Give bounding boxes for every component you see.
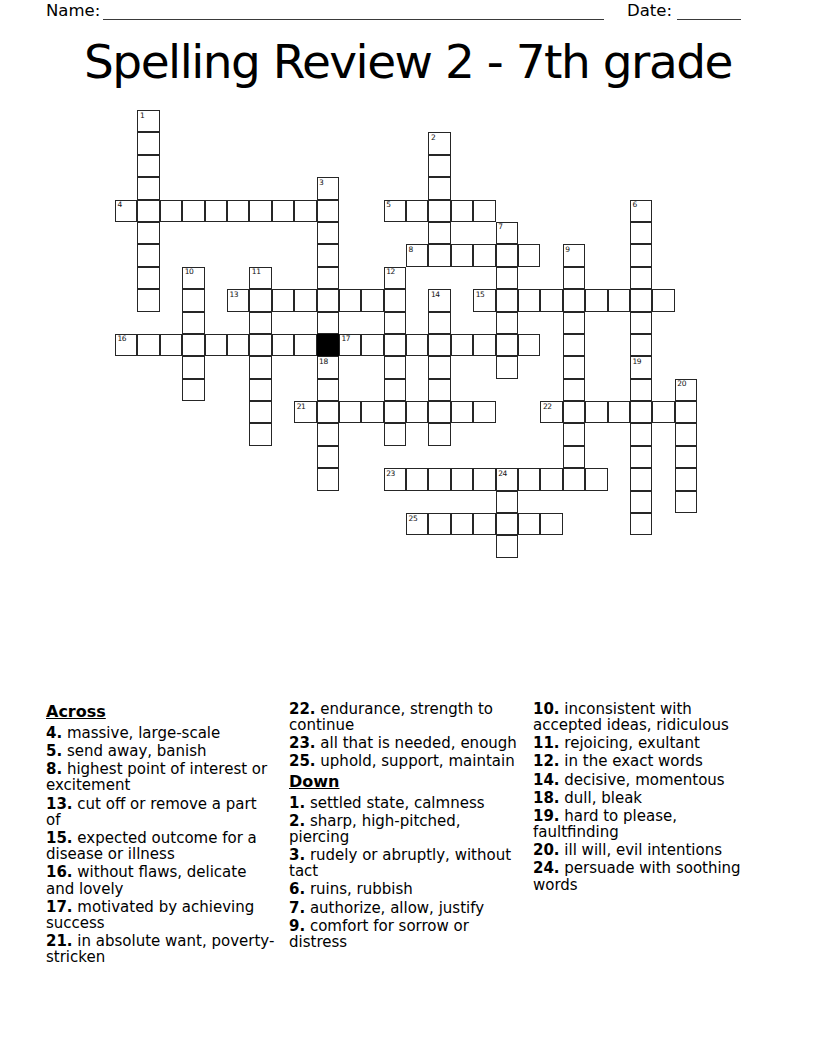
clue: 1. settled state, calmness: [289, 795, 519, 811]
clue-text: in the exact words: [560, 752, 703, 770]
grid-cell[interactable]: [428, 423, 450, 445]
grid-cell[interactable]: [630, 334, 652, 356]
grid-cell[interactable]: [317, 312, 339, 334]
clue-text: uphold, support, maintain: [316, 752, 515, 770]
grid-cell[interactable]: [249, 401, 271, 423]
clue-number: 4.: [46, 724, 62, 742]
grid-cell[interactable]: [451, 513, 473, 535]
grid-cell[interactable]: [294, 334, 316, 356]
grid-cell[interactable]: [630, 244, 652, 266]
grid-cell[interactable]: [137, 155, 159, 177]
clue-column-middle: 22. endurance, strength to continue23. a…: [289, 701, 519, 952]
date-blank-line: [677, 0, 741, 20]
grid-cell[interactable]: 22: [540, 401, 562, 423]
grid-cell[interactable]: [675, 401, 697, 423]
grid-cell[interactable]: [630, 379, 652, 401]
grid-cell[interactable]: [339, 289, 361, 311]
grid-cell[interactable]: [428, 200, 450, 222]
grid-cell[interactable]: [384, 334, 406, 356]
clue-number: 18.: [533, 789, 560, 807]
clue: 15. expected outcome for a disease or il…: [46, 830, 275, 863]
grid-cell[interactable]: [205, 334, 227, 356]
cell-number: 9: [565, 246, 569, 254]
grid-cell[interactable]: [137, 177, 159, 199]
grid-cell[interactable]: 23: [384, 468, 406, 490]
grid-cell[interactable]: [518, 334, 540, 356]
grid-cell[interactable]: 14: [428, 289, 450, 311]
grid-cell[interactable]: [137, 244, 159, 266]
clue-text: without flaws, delicate and lovely: [46, 863, 246, 897]
grid-cell[interactable]: [428, 379, 450, 401]
grid-cell[interactable]: [249, 356, 271, 378]
grid-cell[interactable]: [585, 401, 607, 423]
grid-cell[interactable]: [473, 334, 495, 356]
grid-cell[interactable]: [451, 468, 473, 490]
grid-cell[interactable]: [630, 423, 652, 445]
grid-cell[interactable]: [182, 312, 204, 334]
clue: 3. rudely or abruptly, without tact: [289, 847, 519, 880]
grid-cell[interactable]: [473, 513, 495, 535]
cell-number: 8: [409, 246, 413, 254]
clue: 2. sharp, high-pitched, piercing: [289, 813, 519, 846]
grid-cell[interactable]: 20: [675, 379, 697, 401]
grid-cell[interactable]: [249, 334, 271, 356]
grid-cell[interactable]: [473, 244, 495, 266]
clue-column-left: Across4. massive, large-scale5. send awa…: [46, 701, 275, 968]
clue: 13. cut off or remove a part of: [46, 796, 275, 829]
grid-cell[interactable]: [540, 513, 562, 535]
cell-number: 16: [118, 335, 127, 343]
grid-cell[interactable]: [428, 401, 450, 423]
grid-cell[interactable]: [451, 401, 473, 423]
cell-number: 10: [185, 268, 194, 276]
grid-cell[interactable]: [160, 334, 182, 356]
clue: 14. decisive, momentous: [533, 772, 764, 788]
grid-cell[interactable]: [361, 289, 383, 311]
cell-number: 20: [677, 380, 686, 388]
grid-cell[interactable]: [137, 200, 159, 222]
grid-cell[interactable]: [339, 401, 361, 423]
grid-cell[interactable]: [675, 491, 697, 513]
clue: 12. in the exact words: [533, 753, 764, 769]
grid-cell[interactable]: [272, 289, 294, 311]
grid-cell[interactable]: [540, 289, 562, 311]
clue: 6. ruins, rubbish: [289, 881, 519, 897]
grid-cell[interactable]: [451, 200, 473, 222]
grid-cell[interactable]: [473, 468, 495, 490]
clue: 4. massive, large-scale: [46, 725, 275, 741]
grid-cell[interactable]: [496, 535, 518, 557]
clue-number: 20.: [533, 841, 560, 859]
grid-cell[interactable]: [182, 200, 204, 222]
cell-number: 17: [341, 335, 350, 343]
clue-text: expected outcome for a disease or illnes…: [46, 829, 257, 863]
clue-number: 3.: [289, 846, 305, 864]
grid-cell[interactable]: 8: [406, 244, 428, 266]
grid-cell[interactable]: [496, 356, 518, 378]
clue: 23. all that is needed, enough: [289, 735, 519, 751]
clue-text: rudely or abruptly, without tact: [289, 846, 511, 880]
cell-number: 24: [498, 470, 507, 478]
grid-cell[interactable]: [496, 334, 518, 356]
clue-text: send away, banish: [62, 742, 206, 760]
grid-cell[interactable]: [428, 177, 450, 199]
clue-number: 19.: [533, 807, 560, 825]
clue-number: 12.: [533, 752, 560, 770]
clue-text: massive, large-scale: [62, 724, 220, 742]
grid-cell[interactable]: [249, 289, 271, 311]
grid-cell[interactable]: [227, 334, 249, 356]
clue-text: inconsistent with accepted ideas, ridicu…: [533, 700, 729, 734]
grid-cell[interactable]: 6: [630, 200, 652, 222]
name-blank-line: [103, 0, 604, 20]
clue: 18. dull, bleak: [533, 790, 764, 806]
grid-cell[interactable]: 3: [317, 177, 339, 199]
grid-cell[interactable]: [384, 401, 406, 423]
clue-number: 13.: [46, 795, 73, 813]
clue-text: sharp, high-pitched, piercing: [289, 812, 461, 846]
grid-cell[interactable]: [428, 513, 450, 535]
grid-cell[interactable]: [272, 200, 294, 222]
grid-cell[interactable]: [249, 200, 271, 222]
grid-cell[interactable]: 4: [115, 200, 137, 222]
clue-text: comfort for sorrow or distress: [289, 917, 469, 951]
grid-cell[interactable]: [496, 244, 518, 266]
grid-cell[interactable]: [451, 334, 473, 356]
clue-text: dull, bleak: [560, 789, 642, 807]
grid-cell[interactable]: [518, 468, 540, 490]
grid-cell[interactable]: [227, 200, 249, 222]
grid-cell[interactable]: [249, 379, 271, 401]
clue-number: 23.: [289, 734, 316, 752]
grid-cell[interactable]: [317, 244, 339, 266]
grid-cell[interactable]: [428, 334, 450, 356]
grid-cell[interactable]: [451, 244, 473, 266]
grid-cell[interactable]: [137, 289, 159, 311]
clue-number: 2.: [289, 812, 305, 830]
grid-cell[interactable]: [630, 513, 652, 535]
grid-cell[interactable]: [384, 356, 406, 378]
cell-number: 2: [431, 134, 435, 142]
grid-cell[interactable]: [137, 222, 159, 244]
clue-section-header: Across: [46, 702, 275, 721]
grid-cell[interactable]: 2: [428, 132, 450, 154]
grid-cell[interactable]: [630, 401, 652, 423]
cell-number: 3: [319, 179, 323, 187]
grid-cell[interactable]: [563, 356, 585, 378]
grid-cell[interactable]: [137, 267, 159, 289]
grid-cell[interactable]: [317, 222, 339, 244]
clue: 7. authorize, allow, justify: [289, 900, 519, 916]
grid-cell[interactable]: [518, 513, 540, 535]
clue: 25. uphold, support, maintain: [289, 753, 519, 769]
clue-number: 21.: [46, 932, 73, 950]
clue-text: in absolute want, poverty-stricken: [46, 932, 274, 966]
grid-cell[interactable]: [182, 356, 204, 378]
grid-cell[interactable]: 5: [384, 200, 406, 222]
grid-cell[interactable]: [652, 289, 674, 311]
grid-cell[interactable]: [563, 312, 585, 334]
worksheet-page: Name: Date: Spelling Review 2 - 7th grad…: [0, 0, 816, 1056]
grid-cell[interactable]: 13: [227, 289, 249, 311]
grid-cell[interactable]: [675, 423, 697, 445]
clue-text: ruins, rubbish: [305, 880, 413, 898]
clue-text: rejoicing, exultant: [560, 734, 700, 752]
cell-number: 13: [229, 291, 238, 299]
grid-cell[interactable]: [317, 423, 339, 445]
grid-cell[interactable]: [317, 446, 339, 468]
clue: 8. highest point of interest or exciteme…: [46, 761, 275, 794]
grid-cell[interactable]: [205, 200, 227, 222]
page-title: Spelling Review 2 - 7th grade: [0, 34, 816, 89]
cell-number: 14: [431, 291, 440, 299]
clue-number: 9.: [289, 917, 305, 935]
name-label: Name:: [46, 1, 100, 20]
grid-cell[interactable]: [317, 401, 339, 423]
clue-text: motivated by achieving success: [46, 898, 254, 932]
grid-cell[interactable]: [317, 468, 339, 490]
grid-cell[interactable]: [361, 401, 383, 423]
clue: 24. persuade with soothing words: [533, 860, 764, 893]
grid-cell[interactable]: 9: [563, 244, 585, 266]
grid-cell[interactable]: [630, 222, 652, 244]
grid-cell[interactable]: 18: [317, 356, 339, 378]
grid-cell[interactable]: [630, 446, 652, 468]
cell-number: 7: [498, 223, 502, 231]
grid-cell[interactable]: 7: [496, 222, 518, 244]
clue-number: 15.: [46, 829, 73, 847]
grid-cell[interactable]: 21: [294, 401, 316, 423]
grid-cell[interactable]: 12: [384, 267, 406, 289]
grid-cell[interactable]: [137, 132, 159, 154]
cell-number: 22: [543, 403, 552, 411]
clue: 16. without flaws, delicate and lovely: [46, 864, 275, 897]
clue-text: cut off or remove a part of: [46, 795, 257, 829]
grid-cell[interactable]: [249, 423, 271, 445]
grid-cell[interactable]: [294, 200, 316, 222]
grid-cell[interactable]: [608, 289, 630, 311]
grid-cell[interactable]: [249, 312, 271, 334]
cell-number: 6: [632, 201, 636, 209]
grid-cell[interactable]: [518, 244, 540, 266]
date-label: Date:: [627, 1, 672, 20]
clue: 22. endurance, strength to continue: [289, 701, 519, 734]
clue-text: highest point of interest or excitement: [46, 760, 267, 794]
clue-number: 8.: [46, 760, 62, 778]
grid-cell[interactable]: [406, 334, 428, 356]
grid-cell[interactable]: [428, 244, 450, 266]
crossword-grid: 1234567891011121314151617181920212223242…: [115, 110, 697, 558]
clue-number: 22.: [289, 700, 316, 718]
grid-cell[interactable]: [428, 155, 450, 177]
grid-cell[interactable]: [585, 289, 607, 311]
clue: 17. motivated by achieving success: [46, 899, 275, 932]
grid-cell[interactable]: [496, 491, 518, 513]
grid-cell[interactable]: [406, 468, 428, 490]
clue: 10. inconsistent with accepted ideas, ri…: [533, 701, 764, 734]
clue-text: ill will, evil intentions: [560, 841, 722, 859]
clue-number: 6.: [289, 880, 305, 898]
clue-text: persuade with soothing words: [533, 859, 741, 893]
grid-cell[interactable]: [272, 334, 294, 356]
grid-cell[interactable]: [563, 401, 585, 423]
clue: 20. ill will, evil intentions: [533, 842, 764, 858]
grid-cell[interactable]: 1: [137, 110, 159, 132]
grid-cell[interactable]: [630, 289, 652, 311]
cell-number: 1: [140, 112, 144, 120]
grid-cell[interactable]: [496, 312, 518, 334]
grid-cell[interactable]: [428, 356, 450, 378]
grid-cell[interactable]: [563, 289, 585, 311]
grid-cell[interactable]: [428, 468, 450, 490]
grid-cell[interactable]: [630, 312, 652, 334]
grid-cell[interactable]: [630, 491, 652, 513]
cell-number: 25: [409, 515, 418, 523]
grid-cell[interactable]: [317, 289, 339, 311]
clue-number: 7.: [289, 899, 305, 917]
clue-number: 24.: [533, 859, 560, 877]
clue-number: 11.: [533, 734, 560, 752]
clue-number: 25.: [289, 752, 316, 770]
grid-cell[interactable]: [317, 200, 339, 222]
grid-cell[interactable]: 16: [115, 334, 137, 356]
grid-cell[interactable]: [675, 446, 697, 468]
clue-number: 10.: [533, 700, 560, 718]
clue: 19. hard to please, faultfinding: [533, 808, 764, 841]
grid-cell[interactable]: [294, 289, 316, 311]
grid-cell[interactable]: [317, 379, 339, 401]
grid-cell[interactable]: [406, 200, 428, 222]
grid-cell[interactable]: [160, 200, 182, 222]
cell-number: 18: [319, 358, 328, 366]
grid-cell[interactable]: [630, 267, 652, 289]
grid-cell[interactable]: 11: [249, 267, 271, 289]
clue-column-right: 10. inconsistent with accepted ideas, ri…: [533, 701, 764, 895]
clue: 21. in absolute want, poverty-stricken: [46, 933, 275, 966]
cell-number: 23: [386, 470, 395, 478]
grid-cell[interactable]: [137, 334, 159, 356]
grid-cell[interactable]: [563, 468, 585, 490]
clue-text: endurance, strength to continue: [289, 700, 493, 734]
grid-cell[interactable]: [317, 267, 339, 289]
clue-number: 14.: [533, 771, 560, 789]
grid-cell[interactable]: [563, 423, 585, 445]
clue-text: authorize, allow, justify: [305, 899, 484, 917]
grid-cell[interactable]: [406, 401, 428, 423]
black-cell: [317, 334, 339, 356]
clue-text: settled state, calmness: [305, 794, 484, 812]
grid-cell[interactable]: [384, 423, 406, 445]
grid-cell[interactable]: 10: [182, 267, 204, 289]
grid-cell[interactable]: 17: [339, 334, 361, 356]
cell-number: 11: [252, 268, 261, 276]
clue: 5. send away, banish: [46, 743, 275, 759]
grid-cell[interactable]: [608, 401, 630, 423]
grid-cell[interactable]: [361, 334, 383, 356]
cell-number: 19: [632, 358, 641, 366]
grid-cell[interactable]: [496, 289, 518, 311]
grid-cell[interactable]: [675, 468, 697, 490]
clue-section-header: Down: [289, 772, 519, 791]
grid-cell[interactable]: [563, 446, 585, 468]
cell-number: 15: [476, 291, 485, 299]
grid-cell[interactable]: [630, 468, 652, 490]
clue: 11. rejoicing, exultant: [533, 735, 764, 751]
grid-cell[interactable]: [473, 401, 495, 423]
grid-cell[interactable]: [563, 334, 585, 356]
grid-cell[interactable]: [496, 267, 518, 289]
grid-cell[interactable]: [563, 379, 585, 401]
clue-number: 17.: [46, 898, 73, 916]
grid-cell[interactable]: [384, 312, 406, 334]
clue-text: all that is needed, enough: [316, 734, 517, 752]
grid-cell[interactable]: [652, 401, 674, 423]
cell-number: 21: [297, 403, 306, 411]
clue-number: 1.: [289, 794, 305, 812]
cell-number: 4: [118, 201, 122, 209]
grid-cell[interactable]: [585, 468, 607, 490]
clue: 9. comfort for sorrow or distress: [289, 918, 519, 951]
grid-cell[interactable]: [473, 200, 495, 222]
clue-number: 5.: [46, 742, 62, 760]
grid-cell[interactable]: [182, 289, 204, 311]
clue-text: decisive, momentous: [560, 771, 725, 789]
clue-number: 16.: [46, 863, 73, 881]
grid-cell[interactable]: [182, 334, 204, 356]
grid-cell[interactable]: [563, 267, 585, 289]
grid-cell[interactable]: 24: [496, 468, 518, 490]
grid-cell[interactable]: [496, 513, 518, 535]
grid-cell[interactable]: 15: [473, 289, 495, 311]
grid-cell[interactable]: [428, 222, 450, 244]
cell-number: 5: [386, 201, 390, 209]
cell-number: 12: [386, 268, 395, 276]
grid-cell[interactable]: 19: [630, 356, 652, 378]
grid-cell[interactable]: [540, 468, 562, 490]
grid-cell[interactable]: [384, 379, 406, 401]
grid-cell[interactable]: [518, 289, 540, 311]
grid-cell[interactable]: [428, 312, 450, 334]
grid-cell[interactable]: 25: [406, 513, 428, 535]
grid-cell[interactable]: [182, 379, 204, 401]
grid-cell[interactable]: [384, 289, 406, 311]
